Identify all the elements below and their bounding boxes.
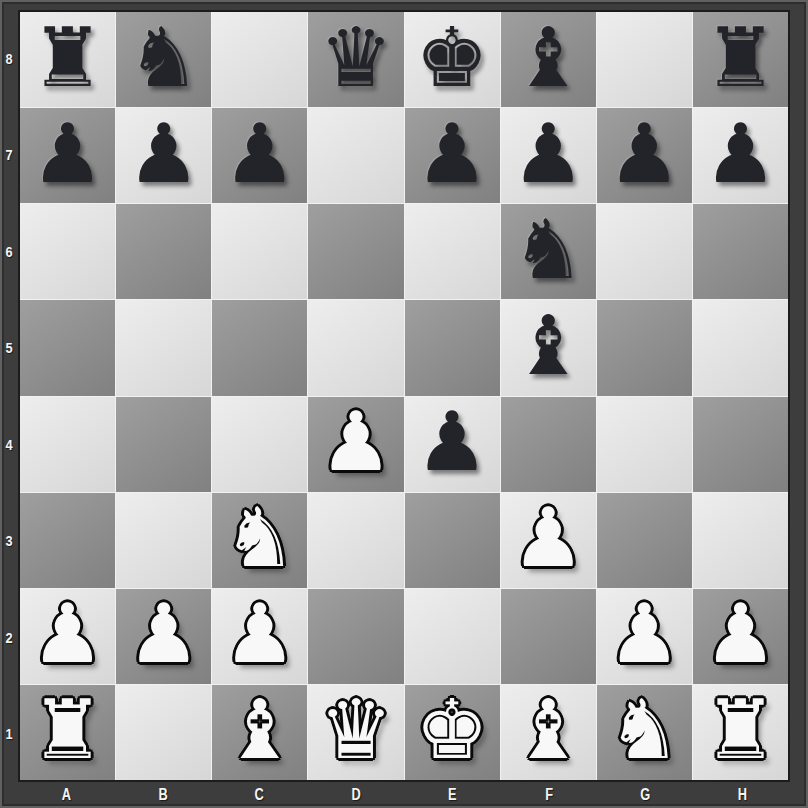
rank-label-2: 2 [1, 589, 16, 686]
square-h8[interactable]: ♜ [693, 12, 788, 107]
square-a1[interactable]: ♜ [20, 685, 115, 780]
square-e6[interactable] [405, 204, 500, 299]
square-e8[interactable]: ♚ [405, 12, 500, 107]
square-b5[interactable] [116, 300, 211, 395]
square-f7[interactable]: ♟ [501, 108, 596, 203]
square-h6[interactable] [693, 204, 788, 299]
square-g7[interactable]: ♟ [597, 108, 692, 203]
white-pawn[interactable]: ♟ [319, 401, 393, 483]
square-h4[interactable] [693, 397, 788, 492]
square-h5[interactable] [693, 300, 788, 395]
square-e4[interactable]: ♟ [405, 397, 500, 492]
square-d3[interactable] [308, 493, 403, 588]
black-queen[interactable]: ♛ [319, 17, 393, 99]
white-rook[interactable]: ♜ [704, 689, 778, 771]
square-g5[interactable] [597, 300, 692, 395]
square-f5[interactable]: ♝ [501, 300, 596, 395]
black-pawn[interactable]: ♟ [415, 113, 489, 195]
square-h7[interactable]: ♟ [693, 108, 788, 203]
white-pawn[interactable]: ♟ [127, 593, 201, 675]
white-pawn[interactable]: ♟ [223, 593, 297, 675]
square-e1[interactable]: ♚ [405, 685, 500, 780]
square-e5[interactable] [405, 300, 500, 395]
square-g8[interactable] [597, 12, 692, 107]
square-g6[interactable] [597, 204, 692, 299]
square-a3[interactable] [20, 493, 115, 588]
square-h2[interactable]: ♟ [693, 589, 788, 684]
black-pawn[interactable]: ♟ [415, 401, 489, 483]
square-c4[interactable] [212, 397, 307, 492]
square-c7[interactable]: ♟ [212, 108, 307, 203]
file-label-f: F [510, 782, 587, 808]
square-b7[interactable]: ♟ [116, 108, 211, 203]
black-pawn[interactable]: ♟ [223, 113, 297, 195]
rank-label-6: 6 [1, 203, 16, 300]
black-knight[interactable]: ♞ [511, 209, 585, 291]
file-label-c: C [221, 782, 298, 808]
square-f2[interactable] [501, 589, 596, 684]
file-labels: ABCDEFGH [18, 782, 790, 808]
square-a7[interactable]: ♟ [20, 108, 115, 203]
square-c6[interactable] [212, 204, 307, 299]
square-e3[interactable] [405, 493, 500, 588]
square-b2[interactable]: ♟ [116, 589, 211, 684]
square-h3[interactable] [693, 493, 788, 588]
file-label-e: E [414, 782, 491, 808]
square-d7[interactable] [308, 108, 403, 203]
square-g3[interactable] [597, 493, 692, 588]
square-f4[interactable] [501, 397, 596, 492]
file-label-h: H [703, 782, 780, 808]
white-pawn[interactable]: ♟ [704, 593, 778, 675]
square-d6[interactable] [308, 204, 403, 299]
black-rook[interactable]: ♜ [31, 17, 105, 99]
rank-label-4: 4 [1, 396, 16, 493]
black-pawn[interactable]: ♟ [511, 113, 585, 195]
rank-label-3: 3 [1, 493, 16, 590]
black-pawn[interactable]: ♟ [127, 113, 201, 195]
chess-board: ♜♞♛♚♝♜♟♟♟♟♟♟♟♞♝♟♟♞♟♟♟♟♟♟♜♝♛♚♝♞♜ [20, 12, 788, 780]
square-a5[interactable] [20, 300, 115, 395]
black-pawn[interactable]: ♟ [704, 113, 778, 195]
square-h1[interactable]: ♜ [693, 685, 788, 780]
square-g2[interactable]: ♟ [597, 589, 692, 684]
square-d4[interactable]: ♟ [308, 397, 403, 492]
board-border: ♜♞♛♚♝♜♟♟♟♟♟♟♟♞♝♟♟♞♟♟♟♟♟♟♜♝♛♚♝♞♜ [18, 10, 790, 782]
square-a6[interactable] [20, 204, 115, 299]
black-pawn[interactable]: ♟ [31, 113, 105, 195]
square-g1[interactable]: ♞ [597, 685, 692, 780]
square-c1[interactable]: ♝ [212, 685, 307, 780]
square-e2[interactable] [405, 589, 500, 684]
file-label-b: B [124, 782, 201, 808]
square-a2[interactable]: ♟ [20, 589, 115, 684]
square-d5[interactable] [308, 300, 403, 395]
white-pawn[interactable]: ♟ [511, 497, 585, 579]
square-b8[interactable]: ♞ [116, 12, 211, 107]
square-a8[interactable]: ♜ [20, 12, 115, 107]
file-label-g: G [607, 782, 684, 808]
square-f3[interactable]: ♟ [501, 493, 596, 588]
square-b3[interactable] [116, 493, 211, 588]
black-bishop[interactable]: ♝ [511, 305, 585, 387]
rank-label-7: 7 [1, 107, 16, 204]
square-g4[interactable] [597, 397, 692, 492]
black-king[interactable]: ♚ [415, 17, 489, 99]
square-e7[interactable]: ♟ [405, 108, 500, 203]
black-bishop[interactable]: ♝ [511, 17, 585, 99]
square-b6[interactable] [116, 204, 211, 299]
square-b1[interactable] [116, 685, 211, 780]
square-d8[interactable]: ♛ [308, 12, 403, 107]
white-pawn[interactable]: ♟ [608, 593, 682, 675]
file-label-a: A [28, 782, 105, 808]
square-b4[interactable] [116, 397, 211, 492]
square-f1[interactable]: ♝ [501, 685, 596, 780]
black-rook[interactable]: ♜ [704, 17, 778, 99]
white-queen[interactable]: ♛ [319, 689, 393, 771]
rank-labels: 87654321 [0, 10, 18, 782]
square-d1[interactable]: ♛ [308, 685, 403, 780]
black-knight[interactable]: ♞ [127, 17, 201, 99]
file-label-d: D [317, 782, 394, 808]
black-pawn[interactable]: ♟ [608, 113, 682, 195]
rank-label-1: 1 [1, 686, 16, 783]
white-knight[interactable]: ♞ [223, 497, 297, 579]
rank-label-5: 5 [1, 300, 16, 397]
white-rook[interactable]: ♜ [31, 689, 105, 771]
square-c5[interactable] [212, 300, 307, 395]
rank-label-8: 8 [1, 10, 16, 107]
chessboard-frame: 87654321 ♜♞♛♚♝♜♟♟♟♟♟♟♟♞♝♟♟♞♟♟♟♟♟♟♜♝♛♚♝♞♜… [0, 0, 808, 808]
square-f6[interactable]: ♞ [501, 204, 596, 299]
square-c3[interactable]: ♞ [212, 493, 307, 588]
white-knight[interactable]: ♞ [608, 689, 682, 771]
white-bishop[interactable]: ♝ [223, 689, 297, 771]
square-c8[interactable] [212, 12, 307, 107]
white-pawn[interactable]: ♟ [31, 593, 105, 675]
square-c2[interactable]: ♟ [212, 589, 307, 684]
white-bishop[interactable]: ♝ [511, 689, 585, 771]
white-king[interactable]: ♚ [415, 689, 489, 771]
square-a4[interactable] [20, 397, 115, 492]
square-f8[interactable]: ♝ [501, 12, 596, 107]
square-d2[interactable] [308, 589, 403, 684]
